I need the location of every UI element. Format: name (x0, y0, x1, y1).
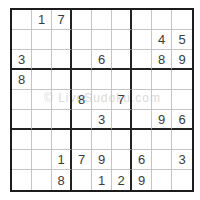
cell-r8c9[interactable]: 3 (172, 150, 192, 170)
sudoku-thumbnail: © LiveSudoku.com 17453689887396179638129 (0, 0, 200, 200)
cell-r3c6[interactable] (112, 50, 132, 70)
given-digit: 8 (57, 174, 64, 187)
cell-r6c2[interactable] (32, 110, 52, 130)
cell-r2c5[interactable] (92, 30, 112, 50)
cell-r8c5[interactable]: 9 (92, 150, 112, 170)
given-digit: 7 (78, 153, 85, 166)
given-digit: 7 (117, 93, 124, 106)
cell-r5c4[interactable]: 8 (72, 90, 92, 110)
cell-r1c9[interactable] (172, 10, 192, 30)
given-digit: 1 (57, 153, 64, 166)
cell-r9c2[interactable] (32, 170, 52, 190)
cell-r2c9[interactable]: 5 (172, 30, 192, 50)
cell-r5c2[interactable] (32, 90, 52, 110)
cell-r1c2[interactable]: 1 (32, 10, 52, 30)
cell-r3c4[interactable] (72, 50, 92, 70)
cell-r4c9[interactable] (172, 70, 192, 90)
given-digit: 8 (78, 93, 85, 106)
cell-r3c9[interactable]: 9 (172, 50, 192, 70)
cell-r2c3[interactable] (52, 30, 72, 50)
cell-r4c2[interactable] (32, 70, 52, 90)
cell-r3c3[interactable] (52, 50, 72, 70)
cell-r7c4[interactable] (72, 130, 92, 150)
cell-r2c2[interactable] (32, 30, 52, 50)
cell-r1c7[interactable] (132, 10, 152, 30)
cell-r8c8[interactable] (152, 150, 172, 170)
cell-r4c5[interactable] (92, 70, 112, 90)
sudoku-grid: 17453689887396179638129 (12, 10, 192, 190)
given-digit: 9 (98, 153, 105, 166)
cell-r4c1[interactable]: 8 (12, 70, 32, 90)
cell-r5c5[interactable] (92, 90, 112, 110)
cell-r7c1[interactable] (12, 130, 32, 150)
cell-r5c9[interactable] (172, 90, 192, 110)
cell-r8c3[interactable]: 1 (52, 150, 72, 170)
cell-r1c5[interactable] (92, 10, 112, 30)
cell-r5c3[interactable] (52, 90, 72, 110)
cell-r6c9[interactable]: 6 (172, 110, 192, 130)
cell-r5c1[interactable] (12, 90, 32, 110)
cell-r9c8[interactable] (152, 170, 172, 190)
cell-r9c3[interactable]: 8 (52, 170, 72, 190)
cell-r5c6[interactable]: 7 (112, 90, 132, 110)
cell-r4c3[interactable] (52, 70, 72, 90)
given-digit: 8 (18, 73, 25, 86)
cell-r5c7[interactable] (132, 90, 152, 110)
cell-r6c4[interactable] (72, 110, 92, 130)
cell-r4c4[interactable] (72, 70, 92, 90)
given-digit: 2 (117, 174, 124, 187)
cell-r3c2[interactable] (32, 50, 52, 70)
cell-r6c6[interactable] (112, 110, 132, 130)
cell-r2c8[interactable]: 4 (152, 30, 172, 50)
cell-r9c5[interactable]: 1 (92, 170, 112, 190)
cell-r6c8[interactable]: 9 (152, 110, 172, 130)
cell-r4c7[interactable] (132, 70, 152, 90)
cell-r8c4[interactable]: 7 (72, 150, 92, 170)
given-digit: 9 (178, 53, 185, 66)
cell-r7c3[interactable] (52, 130, 72, 150)
cell-r3c1[interactable]: 3 (12, 50, 32, 70)
cell-r2c7[interactable] (132, 30, 152, 50)
given-digit: 4 (158, 33, 165, 46)
cell-r6c1[interactable] (12, 110, 32, 130)
cell-r1c8[interactable] (152, 10, 172, 30)
cell-r3c8[interactable]: 8 (152, 50, 172, 70)
cell-r6c3[interactable] (52, 110, 72, 130)
given-digit: 9 (158, 113, 165, 126)
cell-r1c6[interactable] (112, 10, 132, 30)
given-digit: 8 (158, 53, 165, 66)
cell-r8c2[interactable] (32, 150, 52, 170)
cell-r7c6[interactable] (112, 130, 132, 150)
cell-r7c7[interactable] (132, 130, 152, 150)
cell-r7c9[interactable] (172, 130, 192, 150)
cell-r8c6[interactable] (112, 150, 132, 170)
given-digit: 5 (178, 33, 185, 46)
cell-r2c4[interactable] (72, 30, 92, 50)
sudoku-board: © LiveSudoku.com 17453689887396179638129 (10, 8, 194, 192)
cell-r7c5[interactable] (92, 130, 112, 150)
cell-r1c1[interactable] (12, 10, 32, 30)
cell-r2c1[interactable] (12, 30, 32, 50)
given-digit: 1 (38, 13, 45, 26)
cell-r8c1[interactable] (12, 150, 32, 170)
given-digit: 3 (18, 53, 25, 66)
given-digit: 1 (98, 174, 105, 187)
cell-r1c4[interactable] (72, 10, 92, 30)
cell-r8c7[interactable]: 6 (132, 150, 152, 170)
given-digit: 7 (57, 13, 64, 26)
given-digit: 6 (98, 53, 105, 66)
cell-r9c6[interactable]: 2 (112, 170, 132, 190)
given-digit: 9 (138, 174, 145, 187)
cell-r9c7[interactable]: 9 (132, 170, 152, 190)
given-digit: 6 (138, 153, 145, 166)
cell-r9c1[interactable] (12, 170, 32, 190)
cell-r9c9[interactable] (172, 170, 192, 190)
cell-r2c6[interactable] (112, 30, 132, 50)
cell-r9c4[interactable] (72, 170, 92, 190)
cell-r6c5[interactable]: 3 (92, 110, 112, 130)
cell-r4c8[interactable] (152, 70, 172, 90)
cell-r5c8[interactable] (152, 90, 172, 110)
cell-r7c8[interactable] (152, 130, 172, 150)
cell-r1c3[interactable]: 7 (52, 10, 72, 30)
cell-r3c7[interactable] (132, 50, 152, 70)
cell-r3c5[interactable]: 6 (92, 50, 112, 70)
given-digit: 6 (178, 113, 185, 126)
cell-r7c2[interactable] (32, 130, 52, 150)
cell-r6c7[interactable] (132, 110, 152, 130)
given-digit: 3 (178, 153, 185, 166)
given-digit: 3 (98, 113, 105, 126)
cell-r4c6[interactable] (112, 70, 132, 90)
